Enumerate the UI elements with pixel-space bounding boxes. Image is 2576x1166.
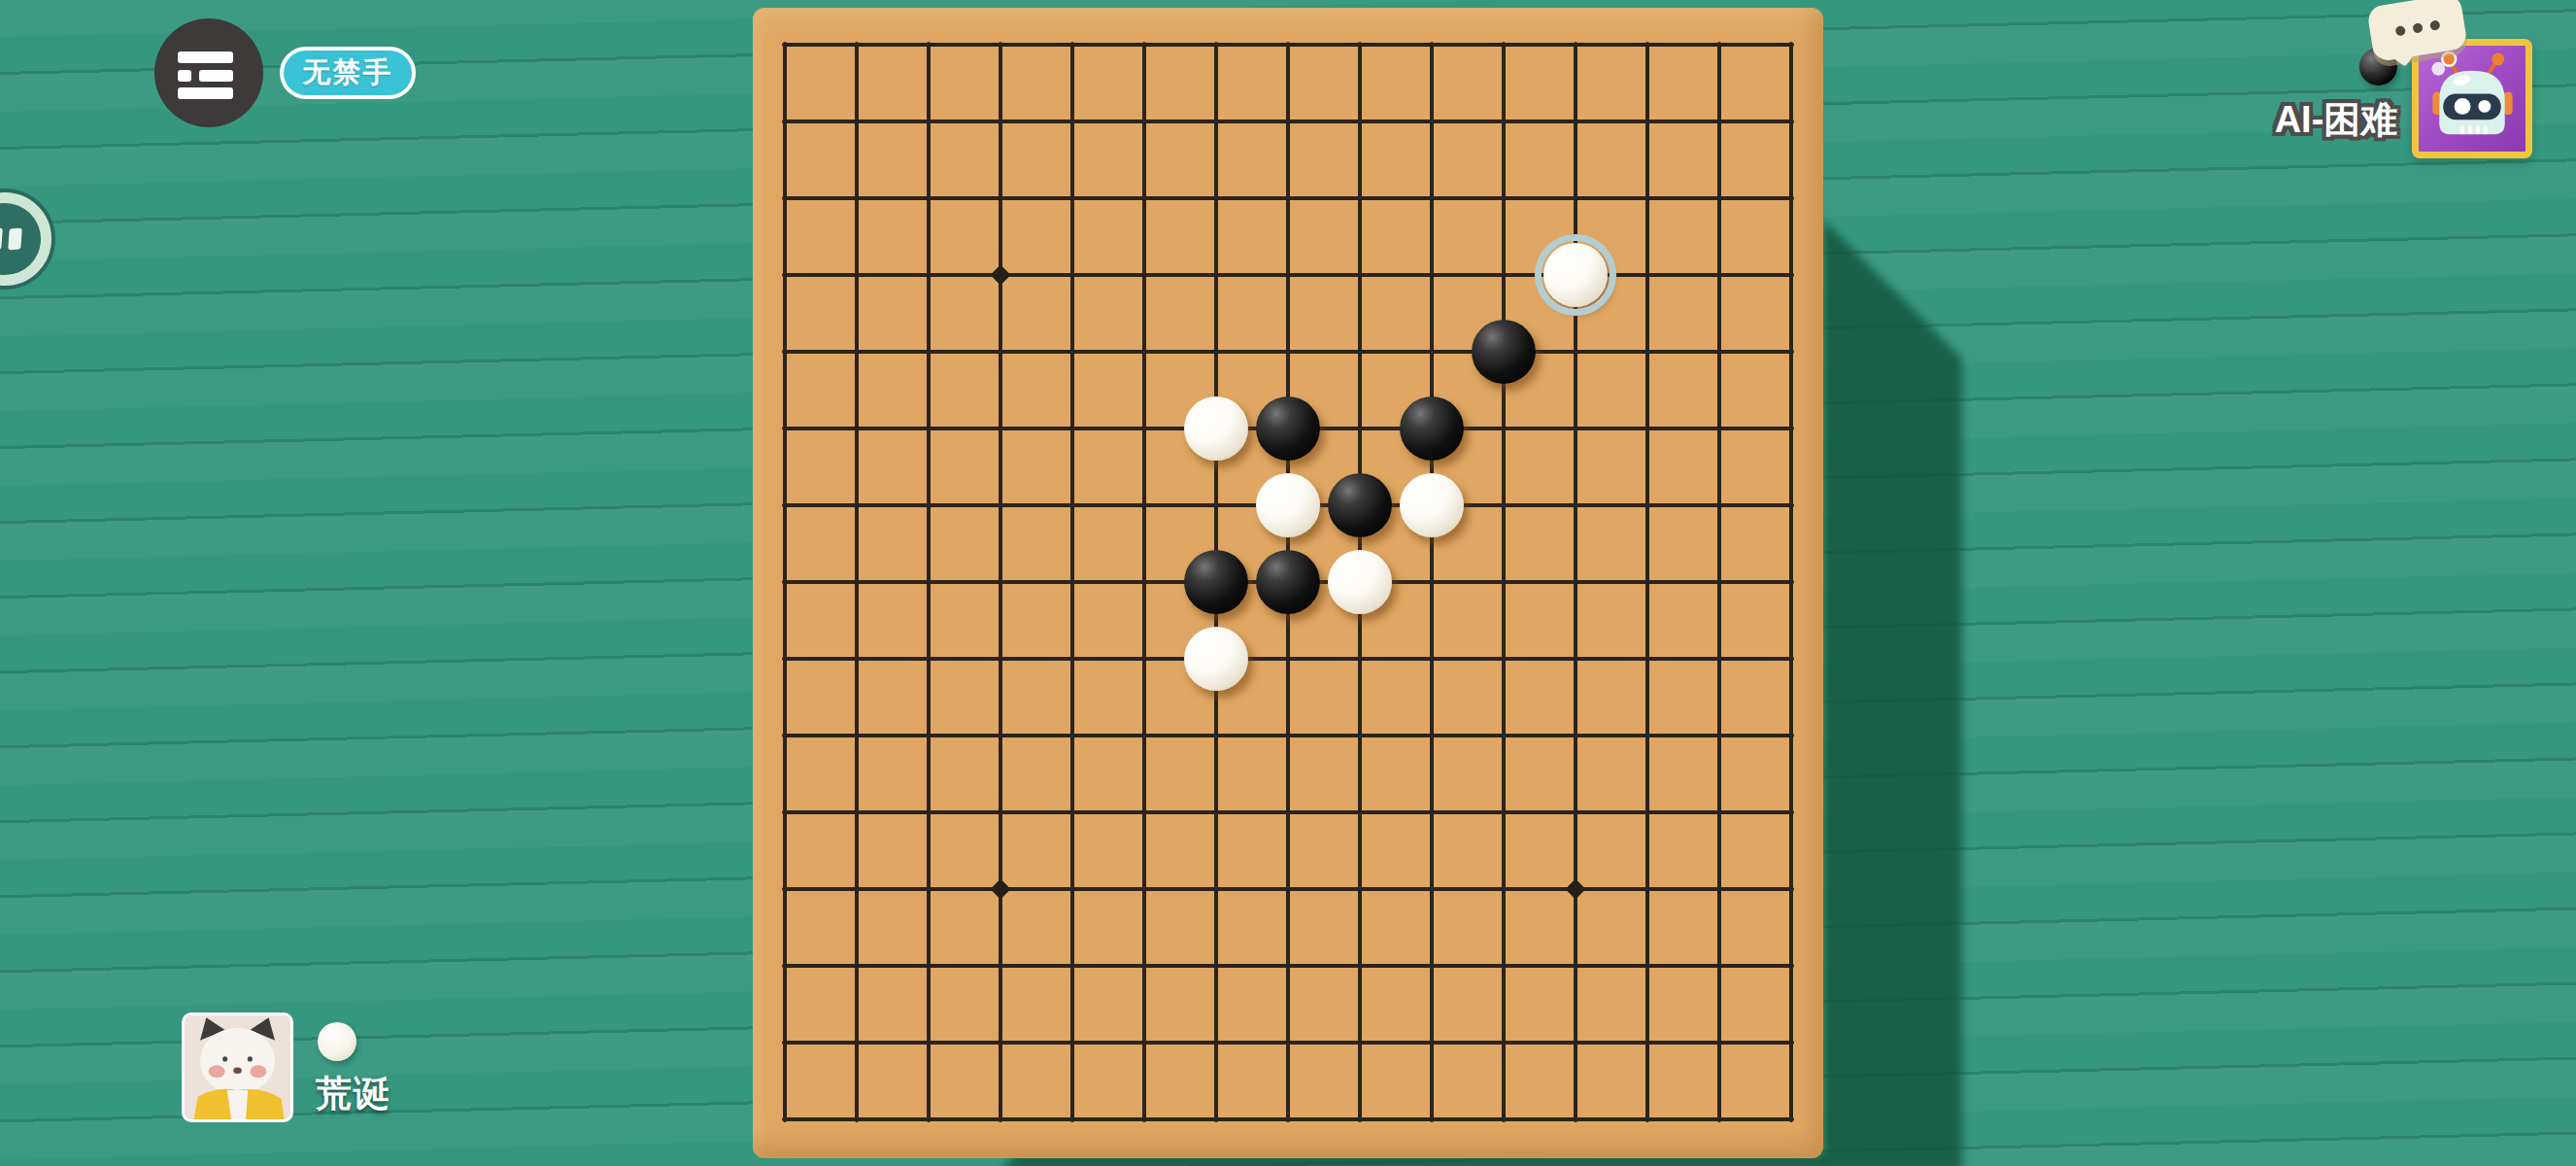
grid-line-vertical — [1502, 42, 1506, 1122]
star-point — [1565, 878, 1585, 899]
chat-bubble-ellipsis-icon — [2394, 25, 2405, 36]
player-name: 荒诞 — [316, 1070, 391, 1118]
player-stone-indicator-white — [318, 1022, 356, 1061]
menu-button[interactable] — [154, 18, 263, 127]
menu-icon — [199, 70, 233, 82]
star-point — [990, 264, 1010, 285]
cat-avatar-image — [185, 1015, 290, 1119]
game-screen: 无禁手 AI-困难 — [0, 0, 2576, 1166]
star-point — [990, 878, 1010, 899]
white-stone — [1184, 627, 1248, 691]
white-stone-last-move — [1543, 243, 1608, 307]
rule-badge: 无禁手 — [280, 47, 416, 99]
board-grid — [785, 45, 1791, 1119]
black-stone — [1472, 320, 1536, 384]
white-stone — [1328, 550, 1392, 614]
menu-icon — [178, 70, 191, 82]
white-stone — [1184, 396, 1248, 461]
menu-icon — [178, 87, 233, 99]
opponent-name: AI-困难 — [2229, 95, 2443, 145]
player-avatar — [182, 1012, 293, 1122]
gomoku-board[interactable] — [753, 8, 1823, 1158]
pause-icon — [0, 203, 41, 275]
rule-badge-label: 无禁手 — [303, 53, 393, 92]
grid-line-vertical — [1789, 42, 1793, 1122]
grid-line-vertical — [1645, 42, 1649, 1122]
grid-line-horizontal — [782, 964, 1794, 968]
grid-line-vertical — [1574, 42, 1577, 1122]
white-stone — [1256, 473, 1320, 537]
black-stone — [1256, 396, 1320, 461]
menu-icon — [178, 51, 233, 63]
grid-line-horizontal — [782, 657, 1794, 661]
black-stone — [1400, 396, 1464, 461]
white-stone — [1400, 473, 1464, 537]
grid-line-horizontal — [782, 810, 1794, 814]
grid-line-horizontal — [782, 1117, 1794, 1121]
black-stone — [1256, 550, 1320, 614]
grid-line-vertical — [1717, 42, 1721, 1122]
grid-line-vertical — [1430, 42, 1434, 1122]
black-stone — [1184, 550, 1248, 614]
grid-line-horizontal — [782, 887, 1794, 891]
grid-line-horizontal — [782, 734, 1794, 737]
grid-line-horizontal — [782, 1041, 1794, 1045]
black-stone — [1328, 473, 1392, 537]
